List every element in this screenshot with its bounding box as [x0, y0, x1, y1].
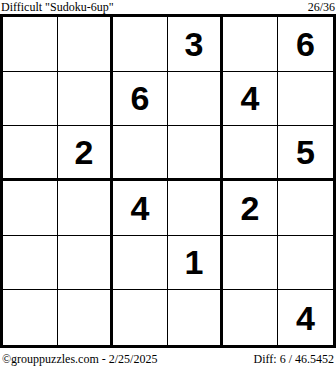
cell-r3c2[interactable]: 2: [58, 126, 113, 181]
remaining-counter: 26/36: [308, 1, 335, 14]
cell-r4c1[interactable]: [3, 181, 58, 236]
cell-r5c4[interactable]: 1: [168, 236, 223, 291]
cell-r5c6[interactable]: [278, 236, 333, 291]
cell-r2c1[interactable]: [3, 72, 58, 127]
cell-r3c5[interactable]: [223, 126, 278, 181]
cell-r4c5[interactable]: 2: [223, 181, 278, 236]
cell-r5c3[interactable]: [113, 236, 168, 291]
given-digit: 4: [131, 191, 150, 225]
cell-r4c4[interactable]: [168, 181, 223, 236]
given-digit: 6: [131, 81, 150, 115]
cell-r3c6[interactable]: 5: [278, 126, 333, 181]
cell-r1c1[interactable]: [3, 17, 58, 72]
cell-r6c3[interactable]: [113, 290, 168, 345]
cell-r4c2[interactable]: [58, 181, 113, 236]
given-digit: 4: [241, 81, 260, 115]
cell-r2c2[interactable]: [58, 72, 113, 127]
cell-r1c2[interactable]: [58, 17, 113, 72]
cell-r6c6[interactable]: 4: [278, 290, 333, 345]
cell-r2c4[interactable]: [168, 72, 223, 127]
cell-r2c6[interactable]: [278, 72, 333, 127]
cell-r1c3[interactable]: [113, 17, 168, 72]
cell-r3c4[interactable]: [168, 126, 223, 181]
cell-r2c5[interactable]: 4: [223, 72, 278, 127]
given-digit: 3: [185, 27, 204, 61]
puzzle-title: Difficult "Sudoku-6up": [1, 1, 114, 14]
cell-r6c2[interactable]: [58, 290, 113, 345]
given-digit: 2: [241, 191, 260, 225]
copyright-text: ©grouppuzzles.com - 2/25/2025: [2, 352, 157, 367]
given-digit: 2: [75, 135, 94, 169]
header: Difficult "Sudoku-6up" 26/36: [0, 0, 336, 14]
cell-r5c1[interactable]: [3, 236, 58, 291]
given-digit: 1: [185, 245, 204, 279]
given-digit: 6: [296, 27, 315, 61]
cell-r6c5[interactable]: [223, 290, 278, 345]
cell-r2c3[interactable]: 6: [113, 72, 168, 127]
cell-r6c1[interactable]: [3, 290, 58, 345]
cell-r1c4[interactable]: 3: [168, 17, 223, 72]
sudoku-board: 3664254214: [0, 14, 336, 348]
difficulty-text: Diff: 6 / 46.5452: [254, 352, 334, 367]
cell-r6c4[interactable]: [168, 290, 223, 345]
cell-r5c5[interactable]: [223, 236, 278, 291]
footer: ©grouppuzzles.com - 2/25/2025 Diff: 6 / …: [0, 348, 336, 370]
cell-r4c3[interactable]: 4: [113, 181, 168, 236]
cell-r1c6[interactable]: 6: [278, 17, 333, 72]
cell-r4c6[interactable]: [278, 181, 333, 236]
cell-r3c3[interactable]: [113, 126, 168, 181]
given-digit: 4: [296, 301, 315, 335]
cell-r1c5[interactable]: [223, 17, 278, 72]
given-digit: 5: [296, 135, 315, 169]
cell-r5c2[interactable]: [58, 236, 113, 291]
cell-r3c1[interactable]: [3, 126, 58, 181]
